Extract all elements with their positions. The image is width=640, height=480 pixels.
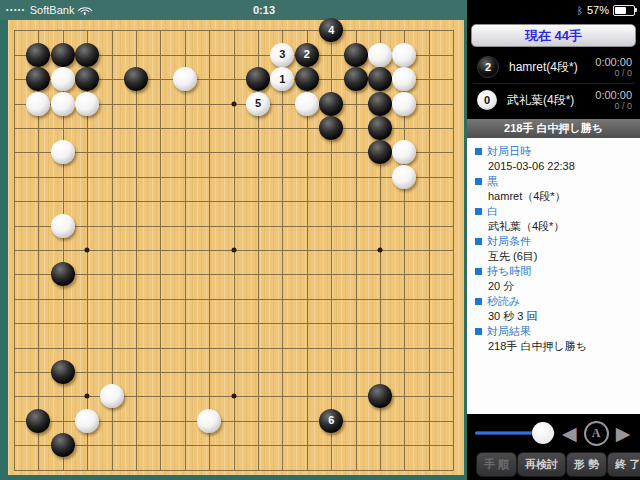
black-stone <box>368 116 392 140</box>
info-value: 30 秒 3 回 <box>475 309 632 324</box>
black-stone <box>344 43 368 67</box>
black-stone <box>26 67 50 91</box>
white-stone <box>197 409 221 433</box>
white-stone <box>75 92 99 116</box>
black-stone <box>368 67 392 91</box>
white-stone <box>100 384 124 408</box>
action-button[interactable]: 終 了 <box>607 452 640 477</box>
bullet-square-icon <box>475 238 482 245</box>
black-stone: 2 <box>295 43 319 67</box>
player-list: 2hamret(4段*)0:00:000 / 00武礼葉(4段*)0:00:00… <box>467 49 640 116</box>
black-stone <box>368 92 392 116</box>
white-stone <box>295 92 319 116</box>
player-periods: 0 / 0 <box>595 101 632 111</box>
battery-icon <box>613 5 635 16</box>
white-stone <box>51 140 75 164</box>
player-name: 武礼葉(4段*) <box>507 92 595 109</box>
black-stone-captures-badge: 2 <box>477 56 499 78</box>
white-stone <box>392 43 416 67</box>
white-stone-captures-badge: 0 <box>477 90 497 110</box>
white-stone <box>392 165 416 189</box>
battery-group: ᛒ 57% <box>577 0 635 20</box>
player-clock: 0:00:00 <box>595 56 632 68</box>
auto-play-button[interactable]: A <box>584 421 609 446</box>
black-stone <box>368 140 392 164</box>
grid-line <box>356 30 357 470</box>
white-stone: 3 <box>270 43 294 67</box>
go-board[interactable]: 432156 <box>8 20 464 475</box>
info-value: 互先 (6目) <box>475 249 632 264</box>
info-value: 20 分 <box>475 279 632 294</box>
black-stone <box>51 360 75 384</box>
white-stone <box>51 214 75 238</box>
status-bar: ••••• SoftBank 0:13 ᛒ 57% <box>0 0 640 20</box>
star-point <box>231 247 236 252</box>
star-point <box>378 247 383 252</box>
move-number-label: 6 <box>328 415 334 426</box>
grid-line <box>14 274 454 275</box>
player-times: 0:00:000 / 0 <box>595 56 632 78</box>
grid-line <box>14 470 454 471</box>
app-screen: ••••• SoftBank 0:13 ᛒ 57% 432156 現在 44手 … <box>0 0 640 480</box>
move-number-label: 3 <box>279 49 285 60</box>
white-stone <box>392 67 416 91</box>
slider-thumb[interactable] <box>532 422 554 444</box>
info-value: hamret（4段*） <box>475 189 632 204</box>
info-value: 2015-03-06 22:38 <box>475 159 632 174</box>
info-label: 秒読み <box>475 294 632 309</box>
star-point <box>231 394 236 399</box>
black-stone <box>26 409 50 433</box>
info-label: 白 <box>475 204 632 219</box>
move-number-label: 4 <box>328 25 334 36</box>
white-stone <box>173 67 197 91</box>
star-point <box>85 394 90 399</box>
wifi-icon <box>78 5 91 15</box>
grid-line <box>14 348 454 349</box>
white-stone <box>75 409 99 433</box>
grid-line <box>453 30 454 470</box>
bullet-square-icon <box>475 328 482 335</box>
star-point <box>231 101 236 106</box>
info-label: 対局結果 <box>475 324 632 339</box>
black-stone <box>124 67 148 91</box>
sidebar: 現在 44手 2hamret(4段*)0:00:000 / 00武礼葉(4段*)… <box>467 20 640 480</box>
black-stone <box>246 67 270 91</box>
action-button[interactable]: 再検討 <box>517 452 566 477</box>
player-periods: 0 / 0 <box>595 68 632 78</box>
white-stone <box>51 92 75 116</box>
info-value: 218手 白中押し勝ち <box>475 339 632 354</box>
black-stone <box>51 43 75 67</box>
black-stone <box>368 384 392 408</box>
move-number-label: 5 <box>255 98 261 109</box>
black-stone: 6 <box>319 409 343 433</box>
player-row[interactable]: 2hamret(4段*)0:00:000 / 0 <box>473 51 634 83</box>
bullet-square-icon <box>475 268 482 275</box>
carrier-label: SoftBank <box>30 4 75 16</box>
black-stone <box>295 67 319 91</box>
next-move-button[interactable]: ▶ <box>616 424 631 443</box>
grid-line <box>14 372 454 373</box>
white-stone <box>26 92 50 116</box>
signal-dots-icon: ••••• <box>6 6 26 13</box>
action-button[interactable]: 形 勢 <box>566 452 607 477</box>
grid-line <box>14 445 454 446</box>
action-button-row: 手 順再検討形 勢終 了 <box>467 450 640 477</box>
player-name: hamret(4段*) <box>509 59 595 76</box>
player-clock: 0:00:00 <box>595 89 632 101</box>
black-stone <box>319 116 343 140</box>
black-stone <box>319 92 343 116</box>
white-stone: 5 <box>246 92 270 116</box>
clock-label: 0:13 <box>253 0 275 20</box>
playback-controls: ◀ A ▶ 手 順再検討形 勢終 了 <box>467 414 640 480</box>
black-stone <box>75 67 99 91</box>
white-stone <box>392 140 416 164</box>
black-stone <box>51 433 75 457</box>
grid-line <box>14 299 454 300</box>
bullet-square-icon <box>475 178 482 185</box>
info-label: 対局条件 <box>475 234 632 249</box>
bullet-square-icon <box>475 208 482 215</box>
action-button: 手 順 <box>476 452 517 477</box>
info-label: 黒 <box>475 174 632 189</box>
info-label: 持ち時間 <box>475 264 632 279</box>
black-stone <box>344 67 368 91</box>
move-number-label: 2 <box>304 49 310 60</box>
star-point <box>85 247 90 252</box>
grid-line <box>429 30 430 470</box>
black-stone <box>75 43 99 67</box>
bullet-square-icon <box>475 148 482 155</box>
battery-percent-label: 57% <box>587 4 609 16</box>
previous-move-button[interactable]: ◀ <box>562 424 577 443</box>
player-times: 0:00:000 / 0 <box>595 89 632 111</box>
grid-line <box>282 30 283 470</box>
black-stone: 4 <box>319 18 343 42</box>
white-stone <box>51 67 75 91</box>
game-info-panel: 対局日時2015-03-06 22:38黒hamret（4段*）白武礼葉（4段*… <box>467 138 640 414</box>
black-stone <box>51 262 75 286</box>
info-label: 対局日時 <box>475 144 632 159</box>
carrier-group: ••••• SoftBank <box>6 0 91 20</box>
current-move-button[interactable]: 現在 44手 <box>471 24 636 47</box>
grid-line <box>14 323 454 324</box>
white-stone <box>368 43 392 67</box>
white-stone <box>392 92 416 116</box>
bullet-square-icon <box>475 298 482 305</box>
move-slider[interactable] <box>475 422 555 444</box>
move-number-label: 1 <box>279 74 285 85</box>
black-stone <box>26 43 50 67</box>
bluetooth-icon: ᛒ <box>577 5 583 16</box>
white-stone: 1 <box>270 67 294 91</box>
player-row[interactable]: 0武礼葉(4段*)0:00:000 / 0 <box>473 83 634 116</box>
result-banner: 218手 白中押し勝ち <box>467 119 640 138</box>
info-value: 武礼葉（4段*） <box>475 219 632 234</box>
